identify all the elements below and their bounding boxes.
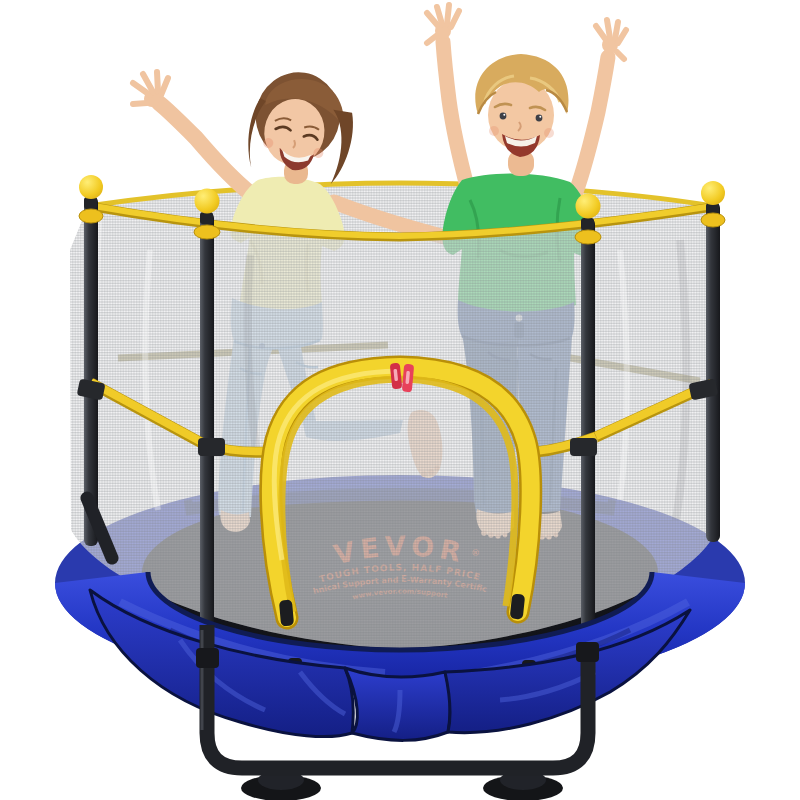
pole-2-band-strap — [198, 438, 225, 456]
boy-head — [475, 54, 568, 157]
leg-pad-clamp-left — [196, 648, 219, 668]
pole-2-ball-cap — [195, 189, 220, 214]
pole-4-collar — [701, 213, 725, 227]
pole-4-ball-cap — [701, 181, 725, 205]
girl-head — [243, 66, 361, 187]
pole-1-ball-cap — [79, 175, 103, 199]
door-arch-end-right — [510, 593, 526, 619]
pole-1-collar — [79, 209, 103, 223]
boy-left-hand — [427, 5, 459, 43]
boy-left-arm — [443, 42, 468, 190]
pole-2-collar — [194, 225, 220, 239]
leg-pad-clamp-right — [576, 642, 599, 662]
boy-eye-left — [500, 113, 507, 120]
boy-eye-right — [536, 115, 543, 122]
girl-left-arm — [159, 103, 256, 198]
pole-3-band-strap — [570, 438, 597, 456]
boy-right-arm — [576, 57, 608, 192]
pole-3-collar — [575, 230, 601, 244]
door-arch-end-left — [279, 599, 294, 626]
trampoline-scene: VEVOR ® TOUGH TOOLS, HALF PRICE Technica… — [0, 0, 800, 800]
pole-3-ball-cap — [576, 194, 601, 219]
product-photo-stage: VEVOR ® TOUGH TOOLS, HALF PRICE Technica… — [0, 0, 800, 800]
